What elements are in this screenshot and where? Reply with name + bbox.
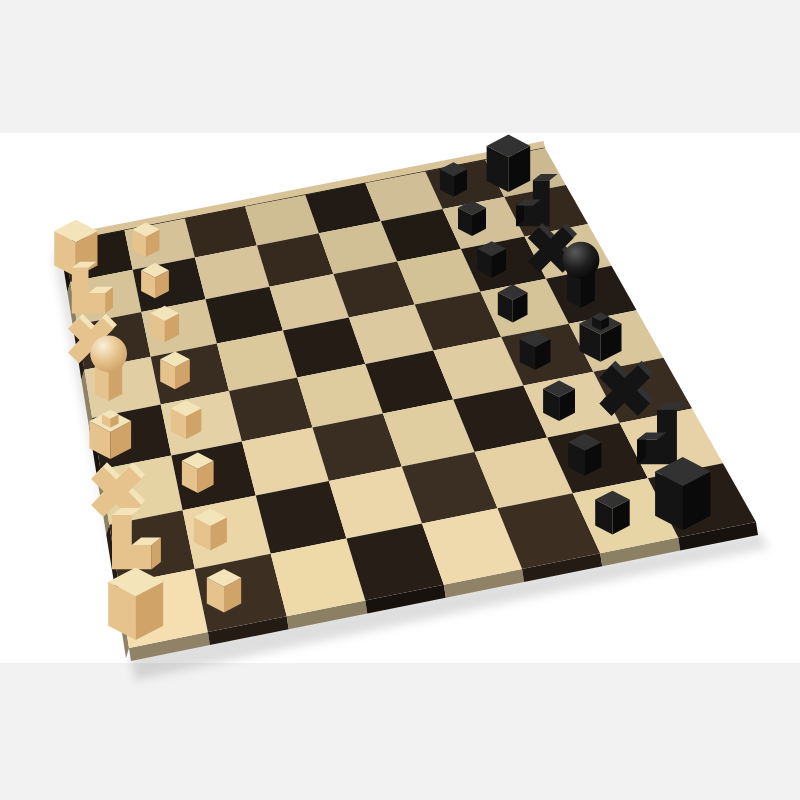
piece-white-pawn-g2 bbox=[194, 509, 227, 551]
piece-black-pawn-h7 bbox=[595, 491, 630, 535]
piece-white-pawn-b2 bbox=[141, 263, 169, 298]
chess-board bbox=[0, 0, 800, 800]
piece-white-pawn-e2 bbox=[171, 400, 202, 439]
piece-black-pawn-b7 bbox=[458, 201, 486, 237]
piece-white-pawn-f2 bbox=[182, 453, 214, 493]
piece-black-pawn-f7 bbox=[543, 380, 575, 421]
piece-black-rook-h8 bbox=[655, 457, 710, 530]
piece-black-pawn-a7 bbox=[440, 162, 467, 197]
piece-white-queen-d1 bbox=[90, 335, 127, 401]
piece-white-pawn-a2 bbox=[132, 223, 159, 257]
piece-black-pawn-d7 bbox=[498, 285, 528, 323]
piece-black-pawn-c7 bbox=[477, 241, 506, 278]
piece-black-rook-a8 bbox=[487, 135, 531, 193]
piece-white-pawn-c2 bbox=[150, 306, 179, 343]
piece-white-pawn-d2 bbox=[160, 352, 190, 390]
piece-white-pawn-h2 bbox=[207, 569, 241, 613]
piece-white-rook-h1 bbox=[108, 568, 163, 641]
piece-black-pawn-g7 bbox=[568, 434, 601, 476]
piece-black-queen-d8 bbox=[562, 242, 599, 308]
piece-black-pawn-e7 bbox=[520, 331, 551, 370]
